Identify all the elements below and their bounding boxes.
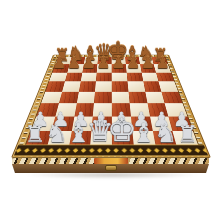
piece-white-knight-g1: ♞ [154,121,177,146]
piece-white-bishop-f1: ♝ [132,120,156,147]
piece-black-pawn-e7: ♟ [111,56,125,72]
piece-black-pawn-g7: ♟ [141,56,155,72]
piece-black-pawn-h7: ♟ [156,56,170,72]
piece-white-rook-h1: ♜ [177,123,198,146]
piece-black-pawn-a7: ♟ [52,56,66,72]
piece-black-pawn-f7: ♟ [126,56,140,72]
chess-set-photo: ◆◆◆◆◆◆◆◆◆◆◆◆◆◆◆◆◆◆◆◆◆◆◆◆ ♜♞♝♛♚♝♞♜♟♟♟♟♟♟♟… [0,0,222,222]
piece-white-rook-a1: ♜ [24,123,45,146]
piece-black-pawn-b7: ♟ [67,56,81,72]
piece-white-knight-b1: ♞ [45,121,68,146]
piece-black-pawn-d7: ♟ [97,56,111,72]
pieces-layer: ♜♞♝♛♚♝♞♜♟♟♟♟♟♟♟♟♟♟♟♟♟♟♟♟♜♞♝♛♚♝♞♜ [0,0,222,222]
piece-black-pawn-c7: ♟ [82,56,96,72]
